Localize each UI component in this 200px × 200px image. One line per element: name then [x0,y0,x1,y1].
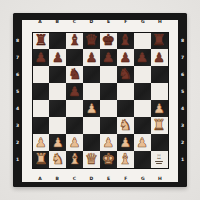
rank-label-5: 5 [178,83,187,100]
chessboard-frame: ABCDEFGH ABCDEFGH 87654321 87654321 ♜♝♛♚… [13,13,187,187]
square-d7[interactable]: ♟ [83,49,100,66]
file-label-c: C [66,18,83,25]
square-a6[interactable] [33,66,50,83]
square-c8[interactable]: ♝ [66,33,83,50]
piece-black-pawn[interactable]: ♟ [69,85,81,98]
file-label-e: E [100,18,117,25]
file-labels-bottom: ABCDEFGH [32,175,169,182]
square-f8[interactable]: ♝ [117,33,134,50]
maker-stamp-logo: ♖ [153,153,165,166]
square-c5[interactable]: ♟ [66,83,83,100]
square-h2[interactable] [151,134,168,151]
square-g2[interactable]: ♟ [134,134,151,151]
square-c3[interactable] [66,117,83,134]
square-d5[interactable] [83,83,100,100]
rank-labels-left: 87654321 [13,32,22,169]
piece-white-pawn[interactable]: ♟ [52,135,64,148]
piece-black-rook[interactable]: ♜ [152,33,165,48]
square-b3[interactable] [49,117,66,134]
square-b7[interactable]: ♟ [49,49,66,66]
square-f1[interactable]: ♝ [117,151,134,168]
rank-labels-right: 87654321 [178,32,187,169]
square-g1[interactable] [134,151,151,168]
rank-label-2: 2 [13,134,22,151]
square-d4[interactable]: ♟ [83,100,100,117]
file-label-e: E [100,175,117,182]
file-label-a: A [32,18,49,25]
piece-white-pawn[interactable]: ♟ [153,101,165,114]
square-b6[interactable] [49,66,66,83]
file-label-d: D [83,175,100,182]
square-a2[interactable]: ♟ [33,134,50,151]
square-h4[interactable]: ♟ [151,100,168,117]
file-labels-top: ABCDEFGH [32,18,169,25]
square-a7[interactable]: ♟ [33,49,50,66]
square-e1[interactable]: ♚ [100,151,117,168]
square-g5[interactable] [134,83,151,100]
square-e3[interactable] [100,117,117,134]
piece-white-pawn[interactable]: ♟ [35,135,47,148]
file-label-g: G [134,175,151,182]
square-b8[interactable] [49,33,66,50]
rank-label-7: 7 [13,49,22,66]
square-e2[interactable]: ♟ [100,134,117,151]
piece-black-pawn[interactable]: ♟ [35,51,47,64]
file-label-h: H [151,18,168,25]
square-h3[interactable]: ♜ [151,117,168,134]
piece-white-pawn[interactable]: ♟ [119,135,131,148]
square-f5[interactable] [117,83,134,100]
square-h6[interactable] [151,66,168,83]
file-label-a: A [32,175,49,182]
square-b1[interactable]: ♞ [49,151,66,168]
square-a5[interactable] [33,83,50,100]
piece-white-queen[interactable]: ♛ [85,151,98,166]
square-g6[interactable] [134,66,151,83]
file-label-f: F [117,18,134,25]
rank-label-1: 1 [178,151,187,168]
square-d3[interactable] [83,117,100,134]
square-d8[interactable]: ♛ [83,33,100,50]
square-e6[interactable] [100,66,117,83]
piece-white-pawn[interactable]: ♟ [69,135,81,148]
square-d1[interactable]: ♛ [83,151,100,168]
square-f6[interactable]: ♞ [117,66,134,83]
rank-label-8: 8 [13,32,22,49]
square-c4[interactable] [66,100,83,117]
rank-label-6: 6 [13,66,22,83]
square-f2[interactable]: ♟ [117,134,134,151]
file-label-g: G [134,18,151,25]
piece-white-knight[interactable]: ♞ [119,117,132,132]
rank-label-4: 4 [178,100,187,117]
rank-label-4: 4 [13,100,22,117]
piece-black-pawn[interactable]: ♟ [52,51,64,64]
square-c1[interactable]: ♝ [66,151,83,168]
piece-white-pawn[interactable]: ♟ [86,101,98,114]
rank-label-3: 3 [178,117,187,134]
square-a3[interactable] [33,117,50,134]
rank-label-3: 3 [13,117,22,134]
file-label-d: D [83,18,100,25]
square-c6[interactable]: ♞ [66,66,83,83]
rank-label-1: 1 [13,151,22,168]
file-label-f: F [117,175,134,182]
square-c2[interactable]: ♟ [66,134,83,151]
rank-label-6: 6 [178,66,187,83]
square-g8[interactable] [134,33,151,50]
square-a4[interactable] [33,100,50,117]
square-e5[interactable] [100,83,117,100]
square-h5[interactable] [151,83,168,100]
rank-label-2: 2 [178,134,187,151]
square-g3[interactable] [134,117,151,134]
file-label-h: H [151,175,168,182]
square-d2[interactable] [83,134,100,151]
square-b2[interactable]: ♟ [49,134,66,151]
square-b5[interactable] [49,83,66,100]
file-label-c: C [66,175,83,182]
square-c7[interactable] [66,49,83,66]
square-e8[interactable]: ♚ [100,33,117,50]
piece-white-pawn[interactable]: ♟ [136,135,148,148]
square-f7[interactable]: ♟ [117,49,134,66]
piece-black-knight[interactable]: ♞ [119,67,132,82]
square-h8[interactable]: ♜ [151,33,168,50]
piece-black-bishop[interactable]: ♝ [119,33,132,48]
stamp-text-line [155,161,163,162]
square-h1[interactable]: ♖ [151,151,168,168]
square-f4[interactable] [117,100,134,117]
square-e7[interactable]: ♟ [100,49,117,66]
piece-black-bishop[interactable]: ♝ [68,33,81,48]
square-a1[interactable]: ♜ [33,151,50,168]
piece-black-pawn[interactable]: ♟ [119,51,131,64]
square-g7[interactable]: ♟ [134,49,151,66]
square-b4[interactable] [49,100,66,117]
rank-label-7: 7 [178,49,187,66]
piece-white-knight[interactable]: ♞ [51,151,64,166]
file-label-b: B [49,175,66,182]
piece-white-pawn[interactable]: ♟ [103,135,115,148]
piece-black-pawn[interactable]: ♟ [136,51,148,64]
piece-white-king[interactable]: ♚ [102,151,115,166]
piece-black-queen[interactable]: ♛ [85,33,98,48]
piece-black-pawn[interactable]: ♟ [103,51,115,64]
piece-black-king[interactable]: ♚ [102,33,115,48]
file-label-b: B [49,18,66,25]
piece-black-rook[interactable]: ♜ [34,33,47,48]
photo-background: ABCDEFGH ABCDEFGH 87654321 87654321 ♜♝♛♚… [0,0,200,200]
square-e4[interactable] [100,100,117,117]
piece-white-bishop[interactable]: ♝ [68,151,81,166]
stamp-text-line [156,163,162,164]
chessboard-grid: ♜♝♛♚♝♜♟♟♟♟♟♟♟♞♞♟♟♟♞♜♟♟♟♟♟♟♜♞♝♛♚♝♖ [32,32,169,169]
square-g4[interactable] [134,100,151,117]
piece-black-pawn[interactable]: ♟ [153,51,165,64]
square-d6[interactable] [83,66,100,83]
piece-white-rook[interactable]: ♜ [152,117,165,132]
square-f3[interactable]: ♞ [117,117,134,134]
rank-label-5: 5 [13,83,22,100]
rank-label-8: 8 [178,32,187,49]
square-a8[interactable]: ♜ [33,33,50,50]
square-h7[interactable]: ♟ [151,49,168,66]
stamp-crest-icon: ♖ [156,154,161,160]
piece-black-knight[interactable]: ♞ [68,67,81,82]
piece-black-pawn[interactable]: ♟ [86,51,98,64]
piece-white-bishop[interactable]: ♝ [119,151,132,166]
piece-white-rook[interactable]: ♜ [34,151,47,166]
